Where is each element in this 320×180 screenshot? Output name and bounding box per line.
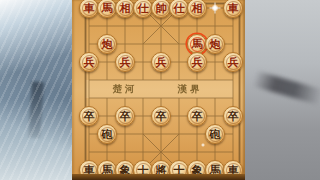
- piece-red-horse[interactable]: 馬: [187, 34, 207, 54]
- piece-character: 仕: [170, 0, 188, 18]
- piece-black-soldier[interactable]: 卒: [115, 106, 135, 126]
- mountain-rock-shadow: [28, 82, 44, 139]
- piece-character: 兵: [152, 53, 170, 72]
- piece-character: 卒: [224, 107, 242, 126]
- piece-red-chariot[interactable]: 車: [223, 0, 243, 18]
- piece-character: 炮: [206, 35, 224, 54]
- piece-character: 兵: [80, 53, 98, 72]
- piece-red-cannon[interactable]: 炮: [205, 34, 225, 54]
- last-move-origin-sparkle: [212, 5, 219, 12]
- piece-red-elephant[interactable]: 相: [187, 0, 207, 18]
- piece-black-soldier[interactable]: 卒: [223, 106, 243, 126]
- background-mountain: [0, 0, 72, 180]
- background-gray-streak: [252, 71, 320, 106]
- xiangqi-board[interactable]: 楚河 漢界 車馬相仕帥仕相車炮馬炮兵兵兵兵兵卒卒卒卒卒砲砲車馬象士將士象馬車: [72, 0, 245, 180]
- piece-character: 卒: [80, 107, 98, 126]
- background-right-panel: [245, 0, 320, 180]
- piece-red-soldier[interactable]: 兵: [223, 52, 243, 72]
- piece-red-soldier[interactable]: 兵: [187, 52, 207, 72]
- piece-character: 兵: [188, 53, 206, 72]
- piece-red-general[interactable]: 帥: [151, 0, 171, 18]
- board-grid: [72, 0, 245, 180]
- piece-red-soldier[interactable]: 兵: [151, 52, 171, 72]
- piece-red-soldier[interactable]: 兵: [79, 52, 99, 72]
- piece-character: 砲: [206, 125, 224, 144]
- river-label-han-jie: 漢界: [178, 82, 203, 96]
- piece-black-soldier[interactable]: 卒: [79, 106, 99, 126]
- piece-red-advisor[interactable]: 仕: [133, 0, 153, 18]
- piece-black-soldier[interactable]: 卒: [151, 106, 171, 126]
- piece-red-horse[interactable]: 馬: [97, 0, 117, 18]
- piece-red-cannon[interactable]: 炮: [97, 34, 117, 54]
- piece-character: 馬: [98, 0, 116, 18]
- piece-black-soldier[interactable]: 卒: [187, 106, 207, 126]
- piece-red-soldier[interactable]: 兵: [115, 52, 135, 72]
- piece-character: 帥: [152, 0, 170, 18]
- piece-character: 兵: [116, 53, 134, 72]
- video-frame: 楚河 漢界 車馬相仕帥仕相車炮馬炮兵兵兵兵兵卒卒卒卒卒砲砲車馬象士將士象馬車: [0, 0, 320, 180]
- piece-black-cannon[interactable]: 砲: [97, 124, 117, 144]
- piece-character: 車: [80, 0, 98, 18]
- piece-character: 卒: [188, 107, 206, 126]
- river-label-chu-he: 楚河: [113, 82, 138, 96]
- piece-character: 卒: [152, 107, 170, 126]
- piece-character: 炮: [98, 35, 116, 54]
- piece-character: 相: [116, 0, 134, 18]
- piece-character: 仕: [134, 0, 152, 18]
- piece-character: 砲: [98, 125, 116, 144]
- piece-black-cannon[interactable]: 砲: [205, 124, 225, 144]
- board-bottom-edge: [72, 174, 245, 180]
- piece-red-elephant[interactable]: 相: [115, 0, 135, 18]
- piece-character: 車: [224, 0, 242, 18]
- piece-character: 兵: [224, 53, 242, 72]
- particle-dot: [201, 143, 205, 147]
- piece-red-chariot[interactable]: 車: [79, 0, 99, 18]
- piece-red-advisor[interactable]: 仕: [169, 0, 189, 18]
- piece-character: 卒: [116, 107, 134, 126]
- piece-character: 相: [188, 0, 206, 18]
